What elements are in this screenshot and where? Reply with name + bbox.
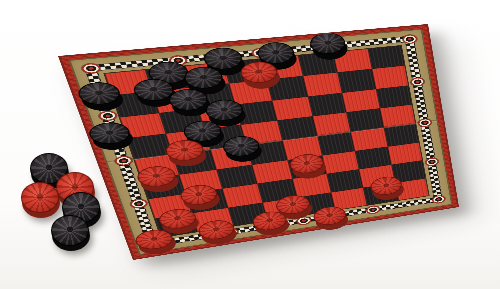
square-h3	[376, 85, 412, 108]
checker-black-a2	[79, 87, 127, 113]
checker-red-e8	[276, 199, 314, 222]
square-g4	[346, 109, 383, 132]
piece-side	[310, 37, 349, 61]
square-g1	[333, 49, 372, 73]
piece-side	[223, 140, 264, 164]
checker-red-d8	[252, 214, 290, 237]
piece-side	[89, 126, 136, 151]
rosette-icon	[365, 205, 380, 215]
square-b4	[166, 129, 210, 154]
square-d1	[223, 59, 266, 84]
piece-top	[255, 41, 296, 65]
square-e2	[267, 76, 308, 100]
checker-black-b1	[149, 66, 194, 91]
piece-side	[276, 199, 314, 222]
rosette-icon	[409, 77, 424, 87]
square-f7	[326, 169, 363, 192]
captured-checker-black	[51, 215, 89, 246]
piece-top	[86, 120, 133, 145]
checker-red-a8	[159, 212, 201, 236]
piece-top	[273, 193, 311, 216]
square-b3	[159, 109, 204, 134]
piece-top	[201, 46, 244, 71]
square-g7	[359, 165, 395, 188]
board-pieces-layer	[58, 24, 428, 56]
rosette-icon	[143, 239, 162, 250]
square-h5	[384, 124, 419, 147]
square-d7	[258, 179, 298, 203]
square-c3	[198, 104, 241, 129]
rosette-icon	[401, 34, 417, 44]
square-a6	[141, 174, 185, 199]
checker-red-a6	[137, 170, 181, 195]
piece-top	[21, 182, 59, 213]
rosette-icon	[295, 216, 311, 226]
rosette-icon	[97, 110, 118, 121]
square-a8	[154, 213, 197, 237]
square-d3	[235, 100, 277, 125]
piece-top	[51, 215, 89, 246]
checkers-board	[58, 24, 459, 260]
square-e6	[287, 155, 326, 179]
square-c4	[204, 125, 247, 150]
checker-red-d2	[241, 66, 282, 90]
checker-red-border	[135, 233, 178, 257]
checker-red-border	[314, 210, 350, 232]
checker-red-b7	[181, 188, 223, 212]
square-g2	[338, 69, 376, 93]
captured-checker-red	[21, 182, 59, 213]
piece-top	[131, 77, 177, 102]
rosette-icon	[167, 55, 187, 66]
piece-top	[132, 228, 175, 252]
square-d6	[252, 160, 292, 184]
rosette-icon	[79, 62, 101, 74]
square-f3	[307, 93, 346, 117]
checker-red-b8	[199, 223, 239, 247]
square-e1	[261, 55, 303, 80]
piece-top	[287, 152, 325, 175]
square-f2	[303, 73, 343, 97]
checker-black-b2	[134, 83, 180, 108]
square-h6	[387, 142, 422, 165]
piece-side	[252, 214, 290, 237]
square-b2	[152, 87, 198, 112]
piece-side	[79, 87, 127, 113]
rosette-icon	[113, 155, 133, 166]
piece-top	[368, 175, 403, 197]
piece-side	[199, 223, 239, 247]
rosette-icon	[431, 194, 445, 203]
square-h1	[368, 45, 405, 69]
piece-top	[156, 207, 199, 231]
piece-side	[290, 157, 328, 180]
piece-top	[238, 60, 280, 84]
piece-top	[181, 119, 224, 143]
piece-side	[370, 180, 404, 202]
square-e3	[272, 97, 312, 121]
square-e4	[277, 117, 317, 141]
square-f5	[317, 132, 355, 155]
square-c7	[222, 184, 263, 208]
playing-area	[103, 45, 430, 239]
piece-side	[159, 212, 201, 236]
checker-black-d1	[204, 53, 247, 78]
checkered-border-right	[404, 35, 443, 203]
square-f4	[312, 112, 350, 136]
square-e8	[297, 192, 335, 215]
square-c2	[191, 84, 235, 109]
piece-top	[146, 60, 192, 85]
checker-red-e6	[290, 157, 328, 180]
square-e7	[292, 174, 330, 197]
square-d5	[247, 140, 288, 164]
square-e5	[282, 136, 321, 160]
square-a7	[148, 194, 192, 219]
checker-red-b5	[165, 144, 208, 168]
product-photo-scene	[0, 0, 500, 289]
square-c5	[210, 145, 252, 169]
piece-side	[149, 66, 194, 91]
rosette-icon	[417, 118, 432, 128]
checker-red-g8	[370, 180, 404, 202]
checker-black-d5	[223, 140, 264, 164]
piece-side	[169, 94, 213, 119]
piece-side	[206, 104, 248, 128]
checker-black-f1	[310, 37, 349, 61]
checker-black-c2	[185, 72, 229, 97]
square-g6	[355, 146, 391, 169]
square-d2	[230, 80, 272, 105]
square-a3	[119, 113, 166, 139]
square-f8	[331, 188, 368, 211]
square-h4	[380, 105, 416, 128]
board-fold-line	[106, 120, 437, 163]
square-c8	[228, 202, 268, 226]
piece-side	[314, 210, 350, 232]
piece-side	[257, 47, 298, 71]
square-b8	[192, 208, 234, 232]
piece-top	[134, 164, 178, 189]
piece-top	[166, 87, 210, 112]
square-c1	[185, 62, 230, 87]
square-f6	[322, 151, 359, 174]
square-a1	[104, 70, 152, 96]
piece-top	[220, 134, 261, 158]
piece-top	[196, 218, 237, 242]
square-h8	[395, 178, 429, 200]
checkered-border-top	[82, 35, 416, 72]
piece-top	[75, 81, 123, 107]
piece-top	[178, 183, 220, 207]
piece-side	[241, 66, 282, 90]
piece-top	[311, 205, 347, 228]
square-f1	[298, 52, 338, 76]
rosette-icon	[221, 227, 239, 237]
square-g5	[351, 128, 388, 151]
rosette-icon	[250, 47, 269, 58]
rosette-icon	[424, 157, 439, 167]
piece-top	[308, 31, 347, 55]
square-d8	[263, 197, 302, 220]
rosette-icon	[128, 198, 148, 209]
checkered-border-bottom	[145, 196, 444, 248]
checker-black-c4	[184, 125, 227, 149]
piece-top	[203, 98, 246, 122]
rosette-medallions	[58, 24, 428, 56]
piece-side	[134, 83, 180, 108]
square-g3	[342, 89, 380, 113]
square-b1	[145, 66, 191, 92]
piece-top	[250, 209, 289, 232]
square-h2	[372, 66, 409, 89]
square-c6	[216, 165, 258, 189]
rosette-icon	[328, 40, 345, 50]
piece-side	[204, 53, 247, 78]
piece-side	[185, 72, 229, 97]
square-h7	[391, 160, 426, 182]
square-b6	[179, 169, 222, 194]
square-d4	[241, 121, 282, 145]
square-a2	[112, 91, 159, 117]
piece-top	[162, 138, 205, 163]
board-tan-border	[68, 29, 452, 255]
piece-side	[181, 188, 223, 212]
square-b5	[173, 150, 217, 175]
piece-side	[135, 233, 178, 257]
checker-black-c3	[206, 104, 248, 128]
piece-side	[184, 125, 227, 149]
piece-side	[137, 170, 181, 195]
piece-top	[182, 65, 226, 90]
checker-black-b3	[169, 94, 213, 119]
square-a4	[127, 134, 173, 159]
square-b7	[185, 189, 227, 213]
checker-black-a4	[89, 126, 136, 151]
square-a5	[134, 154, 179, 179]
piece-side	[165, 144, 208, 168]
square-g8	[363, 183, 398, 206]
checker-black-e1	[257, 47, 298, 71]
